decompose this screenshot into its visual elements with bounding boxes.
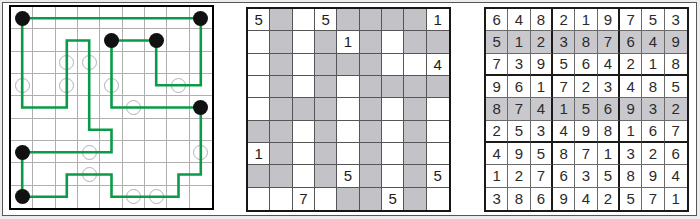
number-grid-shaded-cell[interactable]	[404, 31, 426, 53]
sudoku-cell[interactable]: 4	[486, 143, 508, 165]
number-grid-shaded-cell[interactable]	[337, 188, 359, 210]
sudoku-cell[interactable]: 4	[508, 9, 530, 31]
number-grid-shaded-cell[interactable]	[404, 9, 426, 31]
number-grid-cell[interactable]	[382, 54, 404, 76]
number-grid-shaded-cell[interactable]	[427, 31, 449, 53]
sudoku-cell[interactable]: 6	[553, 165, 575, 187]
sudoku-cell[interactable]: 7	[598, 31, 620, 53]
number-grid-cell[interactable]	[293, 76, 315, 98]
number-grid-shaded-cell[interactable]	[270, 143, 292, 165]
sudoku-cell[interactable]: 6	[620, 31, 642, 53]
puzzle-canvas: 5511415575 64821975351238764973956421896…	[2, 2, 697, 216]
number-grid-cell[interactable]	[427, 143, 449, 165]
sudoku-cell[interactable]: 4	[553, 121, 575, 143]
sudoku-cell[interactable]: 2	[553, 9, 575, 31]
number-grid-cell[interactable]	[270, 188, 292, 210]
sudoku-cell[interactable]: 1	[486, 165, 508, 187]
number-grid-shaded-cell[interactable]	[404, 143, 426, 165]
number-grid-shaded-cell[interactable]	[360, 121, 382, 143]
number-grid-cell[interactable]	[248, 98, 270, 120]
number-grid-cell[interactable]	[382, 31, 404, 53]
sudoku-cell[interactable]: 9	[665, 31, 687, 53]
sudoku-cell[interactable]: 6	[486, 9, 508, 31]
number-grid-shaded-cell[interactable]	[270, 98, 292, 120]
sudoku-cell[interactable]: 6	[665, 143, 687, 165]
sudoku-cell[interactable]: 5	[575, 98, 597, 120]
masyu-board	[9, 5, 214, 210]
sudoku-cell[interactable]: 5	[598, 165, 620, 187]
number-grid-shaded-cell[interactable]	[427, 76, 449, 98]
sudoku-cell[interactable]: 2	[665, 98, 687, 120]
sudoku-cell[interactable]: 9	[508, 143, 530, 165]
number-grid-cell[interactable]: 5	[337, 165, 359, 187]
number-grid-shaded-cell[interactable]	[315, 76, 337, 98]
sudoku-cell[interactable]: 7	[486, 54, 508, 76]
sudoku-cell[interactable]: 5	[531, 143, 553, 165]
sudoku-cell[interactable]: 3	[508, 54, 530, 76]
number-grid-shaded-cell[interactable]	[270, 54, 292, 76]
number-grid-shaded-cell[interactable]	[360, 9, 382, 31]
sudoku-cell[interactable]: 1	[665, 188, 687, 210]
sudoku-cell[interactable]: 1	[620, 121, 642, 143]
black-pearl	[149, 33, 164, 48]
sudoku-cell[interactable]: 3	[642, 98, 664, 120]
number-grid-cell[interactable]: 7	[293, 188, 315, 210]
sudoku-cell[interactable]: 1	[508, 31, 530, 53]
number-grid-cell[interactable]: 1	[427, 9, 449, 31]
number-grid-shaded-cell[interactable]	[382, 76, 404, 98]
number-grid-cell[interactable]	[248, 54, 270, 76]
sudoku-cell[interactable]: 6	[575, 54, 597, 76]
number-grid-shaded-cell[interactable]	[337, 9, 359, 31]
number-grid-cell[interactable]	[337, 121, 359, 143]
number-grid-shaded-cell[interactable]	[315, 121, 337, 143]
number-grid-cell[interactable]	[427, 188, 449, 210]
sudoku-cell[interactable]: 4	[642, 31, 664, 53]
sudoku-cell[interactable]: 7	[642, 188, 664, 210]
number-grid-cell[interactable]	[293, 121, 315, 143]
number-grid-shaded-cell[interactable]	[270, 9, 292, 31]
number-grid-cell[interactable]: 1	[248, 143, 270, 165]
number-grid-shaded-cell[interactable]	[315, 54, 337, 76]
number-grid-cell[interactable]	[404, 54, 426, 76]
sudoku-cell[interactable]: 3	[620, 143, 642, 165]
number-grid-shaded-cell[interactable]	[360, 54, 382, 76]
number-grid-cell[interactable]	[293, 54, 315, 76]
sudoku-cell[interactable]: 4	[598, 54, 620, 76]
number-grid-cell[interactable]	[382, 143, 404, 165]
number-grid-shaded-cell[interactable]	[404, 121, 426, 143]
sudoku-cell[interactable]: 6	[508, 76, 530, 98]
number-grid-cell[interactable]	[315, 188, 337, 210]
sudoku-cell[interactable]: 9	[531, 54, 553, 76]
number-grid-cell[interactable]: 4	[427, 54, 449, 76]
black-pearl	[15, 11, 30, 26]
sudoku-cell[interactable]: 8	[598, 121, 620, 143]
number-grid-shaded-cell[interactable]	[360, 98, 382, 120]
sudoku-cell[interactable]: 9	[575, 121, 597, 143]
number-grid-shaded-cell[interactable]	[315, 165, 337, 187]
sudoku-cell[interactable]: 8	[553, 143, 575, 165]
number-grid-shaded-cell[interactable]	[270, 76, 292, 98]
sudoku-cell[interactable]: 2	[486, 121, 508, 143]
sudoku-cell[interactable]: 1	[531, 76, 553, 98]
number-grid-shaded-cell[interactable]	[360, 76, 382, 98]
sudoku-cell[interactable]: 3	[575, 165, 597, 187]
sudoku-cell[interactable]: 7	[665, 121, 687, 143]
sudoku-cell[interactable]: 8	[642, 76, 664, 98]
number-grid: 5511415575	[248, 9, 449, 210]
number-grid-shaded-cell[interactable]	[315, 143, 337, 165]
sudoku-cell[interactable]: 3	[486, 188, 508, 210]
number-grid-shaded-cell[interactable]	[404, 76, 426, 98]
number-grid-cell[interactable]	[293, 31, 315, 53]
number-grid-shaded-cell[interactable]	[270, 165, 292, 187]
sudoku-cell[interactable]: 7	[575, 143, 597, 165]
sudoku-cell[interactable]: 6	[598, 98, 620, 120]
number-grid-shaded-cell[interactable]	[337, 54, 359, 76]
number-grid-cell[interactable]: 5	[382, 188, 404, 210]
black-pearl	[15, 145, 30, 160]
sudoku-cell[interactable]: 7	[553, 76, 575, 98]
number-grid-cell[interactable]	[293, 165, 315, 187]
sudoku-cell[interactable]: 2	[642, 143, 664, 165]
number-grid-board: 5511415575	[246, 7, 451, 212]
number-grid-cell[interactable]	[337, 143, 359, 165]
sudoku-cell[interactable]: 8	[620, 165, 642, 187]
sudoku-cell[interactable]: 5	[553, 54, 575, 76]
sudoku-cell[interactable]: 5	[486, 31, 508, 53]
sudoku-cell[interactable]: 6	[531, 188, 553, 210]
number-grid-cell[interactable]	[337, 98, 359, 120]
sudoku-cell[interactable]: 7	[620, 9, 642, 31]
sudoku-cell[interactable]: 3	[665, 9, 687, 31]
number-grid-shaded-cell[interactable]	[360, 31, 382, 53]
number-grid-cell[interactable]	[382, 121, 404, 143]
sudoku-cell[interactable]: 1	[598, 143, 620, 165]
sudoku-cell[interactable]: 5	[665, 76, 687, 98]
number-grid-cell[interactable]	[293, 143, 315, 165]
number-grid-shaded-cell[interactable]	[315, 98, 337, 120]
number-grid-cell[interactable]	[248, 31, 270, 53]
number-grid-cell[interactable]	[427, 98, 449, 120]
sudoku-cell[interactable]: 2	[531, 31, 553, 53]
sudoku-cell[interactable]: 9	[642, 165, 664, 187]
sudoku-cell[interactable]: 9	[620, 98, 642, 120]
sudoku-cell[interactable]: 3	[553, 31, 575, 53]
sudoku-cell[interactable]: 2	[598, 188, 620, 210]
sudoku-cell[interactable]: 2	[575, 76, 597, 98]
sudoku-cell[interactable]: 7	[508, 98, 530, 120]
sudoku-cell[interactable]: 8	[508, 188, 530, 210]
sudoku-cell[interactable]: 9	[486, 76, 508, 98]
number-grid-shaded-cell[interactable]	[248, 121, 270, 143]
sudoku-cell[interactable]: 1	[642, 54, 664, 76]
sudoku-cell[interactable]: 3	[598, 76, 620, 98]
sudoku-cell[interactable]: 4	[620, 76, 642, 98]
number-grid-shaded-cell[interactable]	[248, 165, 270, 187]
number-grid-shaded-cell[interactable]	[270, 121, 292, 143]
sudoku-cell[interactable]: 8	[575, 31, 597, 53]
number-grid-shaded-cell[interactable]	[360, 143, 382, 165]
number-grid-shaded-cell[interactable]	[360, 188, 382, 210]
number-grid-cell[interactable]	[382, 98, 404, 120]
number-grid-shaded-cell[interactable]	[404, 98, 426, 120]
number-grid-cell[interactable]: 5	[248, 9, 270, 31]
sudoku-cell[interactable]: 8	[531, 9, 553, 31]
sudoku-cell[interactable]: 5	[620, 188, 642, 210]
number-grid-shaded-cell[interactable]	[404, 165, 426, 187]
number-grid-cell[interactable]: 5	[315, 9, 337, 31]
sudoku-cell[interactable]: 8	[665, 54, 687, 76]
black-pearl	[15, 189, 30, 204]
black-pearl	[104, 33, 119, 48]
sudoku-cell[interactable]: 1	[553, 98, 575, 120]
sudoku-cell[interactable]: 8	[486, 98, 508, 120]
sudoku-cell[interactable]: 5	[508, 121, 530, 143]
number-grid-cell[interactable]	[427, 121, 449, 143]
number-grid-cell[interactable]: 1	[337, 31, 359, 53]
sudoku-cell[interactable]: 2	[508, 165, 530, 187]
sudoku-cell[interactable]: 9	[598, 9, 620, 31]
number-grid-cell[interactable]	[293, 9, 315, 31]
number-grid-shaded-cell[interactable]	[315, 31, 337, 53]
number-grid-shaded-cell[interactable]	[404, 188, 426, 210]
sudoku-cell[interactable]: 9	[553, 188, 575, 210]
number-grid-cell[interactable]	[382, 165, 404, 187]
number-grid-shaded-cell[interactable]	[270, 31, 292, 53]
sudoku-cell[interactable]: 4	[531, 98, 553, 120]
number-grid-cell[interactable]: 5	[427, 165, 449, 187]
number-grid-cell[interactable]	[248, 188, 270, 210]
sudoku-cell[interactable]: 4	[665, 165, 687, 187]
number-grid-cell[interactable]	[337, 76, 359, 98]
number-grid-shaded-cell[interactable]	[382, 9, 404, 31]
sudoku-cell[interactable]: 5	[642, 9, 664, 31]
number-grid-shaded-cell[interactable]	[360, 165, 382, 187]
sudoku-cell[interactable]: 2	[620, 54, 642, 76]
sudoku-cell[interactable]: 4	[575, 188, 597, 210]
sudoku-cell[interactable]: 3	[531, 121, 553, 143]
sudoku-grid: 6482197535123876497395642189617234858741…	[486, 9, 687, 210]
number-grid-shaded-cell[interactable]	[293, 98, 315, 120]
number-grid-cell[interactable]	[248, 76, 270, 98]
black-pearl	[193, 11, 208, 26]
sudoku-board: 6482197535123876497395642189617234858741…	[484, 7, 689, 212]
sudoku-cell[interactable]: 1	[575, 9, 597, 31]
sudoku-cell[interactable]: 7	[531, 165, 553, 187]
sudoku-cell[interactable]: 6	[642, 121, 664, 143]
